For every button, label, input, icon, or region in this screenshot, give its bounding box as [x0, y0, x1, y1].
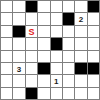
grid-cell[interactable]: 1 — [51, 75, 62, 86]
grid-cell[interactable] — [75, 26, 86, 37]
grid-cell[interactable] — [13, 38, 24, 49]
grid-cell[interactable] — [26, 38, 37, 49]
grid-cell[interactable] — [75, 88, 86, 99]
grid-cell[interactable] — [13, 88, 24, 99]
grid-cell[interactable] — [63, 51, 74, 62]
grid-cell[interactable] — [88, 75, 99, 86]
black-cell — [26, 1, 37, 12]
grid-cell[interactable] — [26, 63, 37, 74]
grid-cell[interactable] — [1, 51, 12, 62]
grid-cell[interactable] — [88, 13, 99, 24]
grid-cell[interactable] — [1, 75, 12, 86]
grid-cell[interactable] — [1, 1, 12, 12]
grid-cell[interactable] — [38, 38, 49, 49]
grid-cell[interactable] — [51, 13, 62, 24]
grid-cell[interactable] — [51, 63, 62, 74]
grid-cell[interactable] — [51, 51, 62, 62]
grid-cell[interactable] — [88, 51, 99, 62]
black-cell — [88, 63, 99, 74]
grid-cell[interactable] — [75, 51, 86, 62]
black-cell — [75, 63, 86, 74]
grid-cell[interactable] — [1, 26, 12, 37]
grid-cell[interactable] — [1, 38, 12, 49]
grid-cell[interactable] — [88, 26, 99, 37]
grid-cell[interactable] — [13, 75, 24, 86]
grid-cell[interactable] — [13, 1, 24, 12]
grid-cell[interactable] — [75, 1, 86, 12]
cell-digit: 3 — [17, 65, 21, 73]
grid-cell[interactable] — [51, 26, 62, 37]
grid-cell[interactable] — [26, 75, 37, 86]
grid-cell[interactable] — [1, 88, 12, 99]
cell-letter: S — [28, 27, 34, 36]
cell-digit: 1 — [54, 77, 58, 85]
grid-cell[interactable] — [1, 63, 12, 74]
grid-cell[interactable] — [63, 26, 74, 37]
grid-cell[interactable] — [63, 63, 74, 74]
grid-cell[interactable] — [51, 88, 62, 99]
black-cell — [38, 63, 49, 74]
grid-cell[interactable] — [13, 13, 24, 24]
grid-cell[interactable] — [26, 13, 37, 24]
grid-cell[interactable] — [63, 1, 74, 12]
black-cell — [63, 13, 74, 24]
grid-cell[interactable] — [38, 26, 49, 37]
grid-cell[interactable] — [38, 88, 49, 99]
grid-cell[interactable] — [38, 1, 49, 12]
grid-cell[interactable] — [88, 38, 99, 49]
grid-cell[interactable] — [26, 51, 37, 62]
black-cell — [51, 38, 62, 49]
grid-cell[interactable] — [51, 1, 62, 12]
cell-digit: 2 — [79, 16, 83, 24]
grid-cell[interactable]: S — [26, 26, 37, 37]
grid-cell[interactable] — [38, 13, 49, 24]
black-cell — [13, 26, 24, 37]
black-cell — [26, 88, 37, 99]
grid-cell[interactable] — [38, 75, 49, 86]
grid-cell[interactable] — [88, 88, 99, 99]
crossword-grid: 2S31 — [0, 0, 100, 100]
grid-cell[interactable] — [63, 88, 74, 99]
grid-cell[interactable] — [1, 13, 12, 24]
grid-cell[interactable]: 3 — [13, 63, 24, 74]
grid-cell[interactable]: 2 — [75, 13, 86, 24]
grid-cell[interactable] — [38, 51, 49, 62]
grid-cell[interactable] — [63, 75, 74, 86]
grid-cell[interactable] — [13, 51, 24, 62]
grid-cell[interactable] — [75, 75, 86, 86]
grid-cell[interactable] — [75, 38, 86, 49]
grid-cell[interactable] — [63, 38, 74, 49]
black-cell — [88, 1, 99, 12]
